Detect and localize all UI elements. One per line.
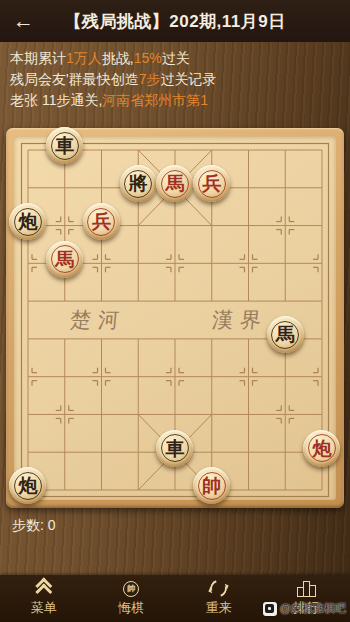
piece-character: 炮 (18, 476, 37, 495)
nav-undo-label: 悔棋 (118, 599, 144, 617)
piece-red-general[interactable]: 帥 (193, 467, 230, 504)
info-line: 老张 11步通关,河南省郑州市第1 (10, 90, 340, 111)
ranking-icon (297, 580, 316, 597)
page-title: 【残局挑战】202期,11月9日 (64, 10, 286, 33)
piece-character: 馬 (276, 325, 295, 344)
xiangqi-board: 楚河 漢界 車將馬兵炮兵馬馬車炮炮帥 (6, 128, 344, 508)
piece-layer: 車將馬兵炮兵馬馬車炮炮帥 (10, 131, 341, 509)
piece-black-cannon[interactable]: 炮 (9, 467, 46, 504)
challenge-info-panel: 本期累计1万人挑战,15%过关残局会友'群最快创造7步过关记录老张 11步通关,… (10, 48, 340, 111)
piece-character: 兵 (202, 174, 221, 193)
piece-red-horse[interactable]: 馬 (46, 241, 83, 278)
app-screen: ← 【残局挑战】202期,11月9日 本期累计1万人挑战,15%过关残局会友'群… (0, 0, 350, 622)
piece-character: 馬 (165, 174, 184, 193)
nav-menu-label: 菜单 (31, 599, 57, 617)
piece-character: 車 (165, 439, 184, 458)
watermark-text: @象棋涨棋吧 (280, 601, 346, 616)
step-counter-label: 步数: (12, 517, 44, 533)
piece-character: 炮 (312, 439, 331, 458)
nav-restart-button[interactable]: 重来 (175, 575, 263, 622)
piece-black-cannon[interactable]: 炮 (9, 203, 46, 240)
menu-up-icon (38, 580, 50, 597)
info-line: 本期累计1万人挑战,15%过关 (10, 48, 340, 69)
piece-red-soldier[interactable]: 兵 (83, 203, 120, 240)
piece-character: 將 (129, 174, 148, 193)
piece-character: 兵 (92, 212, 111, 231)
watermark-badge-icon (263, 602, 277, 616)
piece-black-chariot[interactable]: 車 (156, 430, 193, 467)
watermark: @象棋涨棋吧 (263, 601, 346, 616)
nav-undo-button[interactable]: 帥 悔棋 (88, 575, 176, 622)
piece-character: 帥 (202, 476, 221, 495)
step-counter-value: 0 (48, 517, 56, 533)
nav-restart-label: 重来 (206, 599, 232, 617)
nav-menu-button[interactable]: 菜单 (0, 575, 88, 622)
back-arrow-icon[interactable]: ← (13, 0, 34, 42)
piece-red-horse[interactable]: 馬 (156, 165, 193, 202)
undo-piece-icon: 帥 (123, 580, 139, 597)
piece-character: 車 (55, 136, 74, 155)
info-line: 残局会友'群最快创造7步过关记录 (10, 69, 340, 90)
piece-black-chariot[interactable]: 車 (46, 127, 83, 164)
step-counter: 步数: 0 (12, 517, 56, 535)
piece-character: 炮 (18, 212, 37, 231)
app-bar: ← 【残局挑战】202期,11月9日 (0, 0, 350, 42)
piece-character: 馬 (55, 250, 74, 269)
piece-black-horse[interactable]: 馬 (267, 316, 304, 353)
piece-red-soldier[interactable]: 兵 (193, 165, 230, 202)
piece-black-general[interactable]: 將 (120, 165, 157, 202)
piece-red-cannon[interactable]: 炮 (303, 430, 340, 467)
restart-icon (210, 580, 227, 597)
